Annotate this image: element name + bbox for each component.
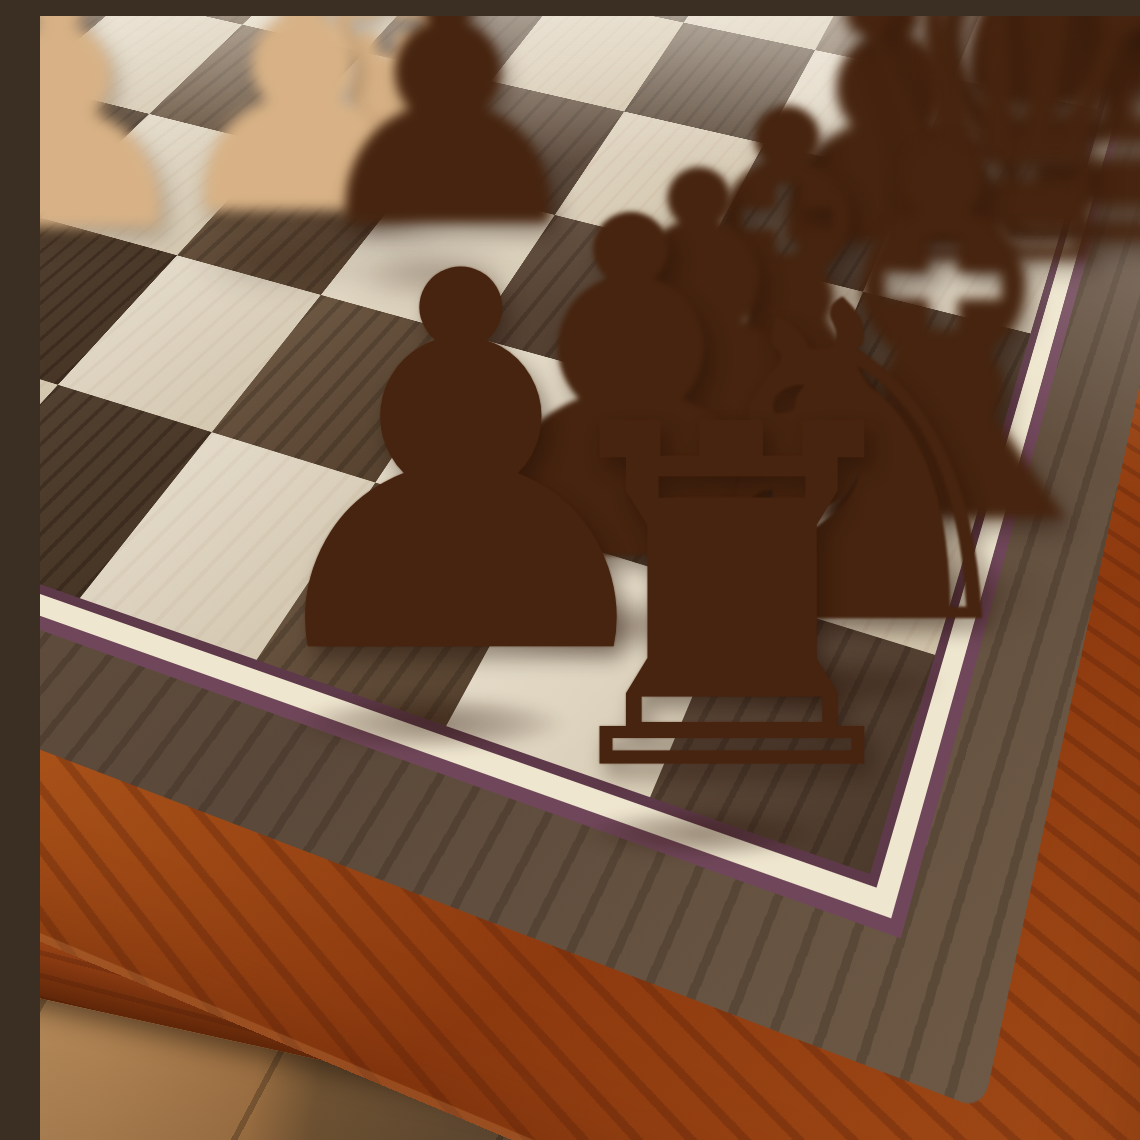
dark-rook-a1[interactable]: ♜: [497, 366, 967, 836]
light-pawn-h7[interactable]: ♟: [40, 16, 228, 278]
chessboard-photo-scene: Wooden chess set — sheesham and boxwood …: [40, 16, 1140, 1140]
